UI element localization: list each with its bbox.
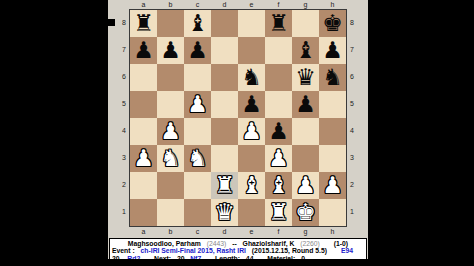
white-bishop: ♝ <box>268 172 289 199</box>
coord-spacer <box>346 227 368 236</box>
square-b4[interactable]: ♟ <box>157 118 184 145</box>
square-c3[interactable]: ♞ <box>184 145 211 172</box>
white-player-name: Maghsoodloo, Parham <box>128 240 201 247</box>
square-f8[interactable]: ♜ <box>265 10 292 37</box>
square-g4[interactable] <box>292 118 319 145</box>
white-bishop: ♝ <box>241 172 262 199</box>
rank-label-text: 6 <box>350 73 354 80</box>
file-label-a: a <box>130 227 157 236</box>
video-frame: abcdefgh 87654321 ♜♝♜♚♟♟♟♝♟♞♛♞♟♟♟♟♟♟♟♞♞♟… <box>0 0 474 266</box>
chess-board: ♜♝♜♚♟♟♟♝♟♞♛♞♟♟♟♟♟♟♟♞♞♟♜♝♝♟♟♛♜♚ <box>129 9 347 227</box>
square-e4[interactable]: ♟ <box>238 118 265 145</box>
square-h3[interactable] <box>319 145 346 172</box>
rank-label-4: 4 <box>108 117 129 144</box>
file-label-e: e <box>238 227 265 236</box>
square-f3[interactable]: ♟ <box>265 145 292 172</box>
black-queen: ♛ <box>295 64 316 91</box>
black-rook: ♜ <box>133 10 154 37</box>
square-c1[interactable] <box>184 199 211 226</box>
square-e3[interactable] <box>238 145 265 172</box>
square-b2[interactable] <box>157 172 184 199</box>
square-d2[interactable]: ♜ <box>211 172 238 199</box>
rank-label-text: 4 <box>350 127 354 134</box>
rank-label-3: 3 <box>347 144 368 171</box>
white-player-rating: (2443) <box>207 240 227 247</box>
square-c6[interactable] <box>184 64 211 91</box>
rank-label-text: 1 <box>122 208 126 215</box>
square-h6[interactable]: ♞ <box>319 64 346 91</box>
square-b8[interactable] <box>157 10 184 37</box>
file-labels-top: abcdefgh <box>108 0 368 9</box>
square-f1[interactable]: ♜ <box>265 199 292 226</box>
square-e6[interactable]: ♞ <box>238 64 265 91</box>
rank-label-6: 6 <box>347 63 368 90</box>
square-c4[interactable] <box>184 118 211 145</box>
rank-label-8: 8 <box>108 9 129 36</box>
file-label-c: c <box>184 0 211 9</box>
rank-label-text: 3 <box>122 154 126 161</box>
square-e5[interactable]: ♟ <box>238 91 265 118</box>
file-labels-bottom: abcdefgh <box>108 227 368 236</box>
game-result: (1-0) <box>334 240 348 247</box>
white-rook: ♜ <box>268 199 289 226</box>
square-d8[interactable] <box>211 10 238 37</box>
rank-label-text: 2 <box>350 181 354 188</box>
square-g8[interactable] <box>292 10 319 37</box>
next-move-number: 20... <box>177 255 190 259</box>
rank-label-7: 7 <box>108 36 129 63</box>
white-pawn: ♟ <box>241 118 262 145</box>
square-c8[interactable]: ♝ <box>184 10 211 37</box>
last-move-link[interactable]: Rd2 <box>127 255 140 259</box>
square-a4[interactable] <box>130 118 157 145</box>
white-knight: ♞ <box>160 145 181 172</box>
square-b5[interactable] <box>157 91 184 118</box>
white-pawn: ♟ <box>268 145 289 172</box>
square-g3[interactable] <box>292 145 319 172</box>
rank-label-text: 7 <box>122 46 126 53</box>
black-knight: ♞ <box>322 64 343 91</box>
chess-diagram-panel: abcdefgh 87654321 ♜♝♜♚♟♟♟♝♟♞♛♞♟♟♟♟♟♟♟♞♞♟… <box>108 0 368 259</box>
players-separator: -- <box>232 240 237 247</box>
rank-label-text: 6 <box>122 73 126 80</box>
square-e1[interactable] <box>238 199 265 226</box>
square-e2[interactable]: ♝ <box>238 172 265 199</box>
rank-label-1: 1 <box>108 198 129 225</box>
move-number: 20. <box>112 255 121 259</box>
next-move-link[interactable]: Nf7 <box>190 255 201 259</box>
file-label-h: h <box>319 227 346 236</box>
eco-code-link[interactable]: E94 <box>341 247 353 254</box>
rank-label-4: 4 <box>347 117 368 144</box>
square-f7[interactable] <box>265 37 292 64</box>
rank-label-5: 5 <box>108 90 129 117</box>
square-d5[interactable] <box>211 91 238 118</box>
rank-label-text: 2 <box>122 181 126 188</box>
square-f5[interactable] <box>265 91 292 118</box>
square-e8[interactable] <box>238 10 265 37</box>
board-row: 87654321 ♜♝♜♚♟♟♟♝♟♞♛♞♟♟♟♟♟♟♟♞♞♟♜♝♝♟♟♛♜♚ … <box>108 9 368 227</box>
rank-labels-left: 87654321 <box>108 9 129 227</box>
file-label-c: c <box>184 227 211 236</box>
coord-spacer <box>346 0 368 9</box>
square-a2[interactable] <box>130 172 157 199</box>
square-h2[interactable]: ♟ <box>319 172 346 199</box>
rank-labels-right: 87654321 <box>347 9 368 227</box>
coord-spacer <box>108 0 130 9</box>
file-label-b: b <box>157 227 184 236</box>
square-h4[interactable] <box>319 118 346 145</box>
coord-spacer <box>108 227 130 236</box>
square-g6[interactable]: ♛ <box>292 64 319 91</box>
file-label-f: f <box>265 0 292 9</box>
rank-label-1: 1 <box>347 198 368 225</box>
square-b7[interactable]: ♟ <box>157 37 184 64</box>
rank-label-text: 8 <box>122 19 126 26</box>
black-player-name: Ghaziolsharif, K <box>243 240 295 247</box>
white-pawn: ♟ <box>160 118 181 145</box>
square-a3[interactable]: ♟ <box>130 145 157 172</box>
rank-label-2: 2 <box>108 171 129 198</box>
black-knight: ♞ <box>241 64 262 91</box>
square-g2[interactable]: ♟ <box>292 172 319 199</box>
square-a6[interactable] <box>130 64 157 91</box>
material-value: 0 <box>301 255 305 259</box>
file-label-b: b <box>157 0 184 9</box>
rank-label-5: 5 <box>347 90 368 117</box>
file-label-h: h <box>319 0 346 9</box>
rank-label-6: 6 <box>108 63 129 90</box>
event-line: Event : ch-IRI Semi-Final 2015, Rasht IR… <box>112 247 364 254</box>
side-to-move-indicator <box>108 19 115 26</box>
square-a8[interactable]: ♜ <box>130 10 157 37</box>
white-pawn: ♟ <box>187 91 208 118</box>
white-pawn: ♟ <box>295 172 316 199</box>
next-label: Next: <box>154 255 171 259</box>
black-bishop: ♝ <box>187 10 208 37</box>
rank-label-3: 3 <box>108 144 129 171</box>
square-a5[interactable] <box>130 91 157 118</box>
file-label-a: a <box>130 0 157 9</box>
game-info-panel: Maghsoodloo, Parham (2443) -- Ghaziolsha… <box>109 238 367 259</box>
rank-label-7: 7 <box>347 36 368 63</box>
square-g5[interactable]: ♟ <box>292 91 319 118</box>
event-label: Event : <box>112 247 135 254</box>
square-e7[interactable] <box>238 37 265 64</box>
material-label: Material: <box>267 255 295 259</box>
square-g1[interactable]: ♚ <box>292 199 319 226</box>
black-pawn: ♟ <box>160 37 181 64</box>
event-link[interactable]: ch-IRI Semi-Final 2015, Rasht IRI <box>141 247 246 254</box>
black-pawn: ♟ <box>133 37 154 64</box>
white-pawn: ♟ <box>322 172 343 199</box>
rank-label-text: 8 <box>350 19 354 26</box>
black-pawn: ♟ <box>268 118 289 145</box>
moves-line: 20. Rd2 Next: 20...Nf7 Length: 44 Materi… <box>112 255 364 259</box>
length-label: Length: <box>215 255 240 259</box>
black-pawn: ♟ <box>322 37 343 64</box>
square-d1[interactable]: ♛ <box>211 199 238 226</box>
white-king: ♚ <box>295 199 316 226</box>
rank-label-text: 7 <box>350 46 354 53</box>
square-a1[interactable] <box>130 199 157 226</box>
black-pawn: ♟ <box>295 91 316 118</box>
rank-label-2: 2 <box>347 171 368 198</box>
rank-label-text: 4 <box>122 127 126 134</box>
square-f6[interactable] <box>265 64 292 91</box>
event-date-round: (2015.12.15, Round 5.5) <box>252 247 327 254</box>
file-label-g: g <box>292 227 319 236</box>
rank-label-text: 5 <box>122 100 126 107</box>
rank-label-8: 8 <box>347 9 368 36</box>
rank-label-text: 3 <box>350 154 354 161</box>
black-pawn: ♟ <box>241 91 262 118</box>
square-h1[interactable] <box>319 199 346 226</box>
square-d7[interactable] <box>211 37 238 64</box>
square-f2[interactable]: ♝ <box>265 172 292 199</box>
square-h5[interactable] <box>319 91 346 118</box>
square-b3[interactable]: ♞ <box>157 145 184 172</box>
square-a7[interactable]: ♟ <box>130 37 157 64</box>
white-pawn: ♟ <box>133 145 154 172</box>
white-knight: ♞ <box>187 145 208 172</box>
square-d6[interactable] <box>211 64 238 91</box>
black-bishop: ♝ <box>295 37 316 64</box>
square-h7[interactable]: ♟ <box>319 37 346 64</box>
square-c2[interactable] <box>184 172 211 199</box>
square-d4[interactable] <box>211 118 238 145</box>
file-label-e: e <box>238 0 265 9</box>
square-f4[interactable]: ♟ <box>265 118 292 145</box>
rank-label-text: 1 <box>350 208 354 215</box>
file-label-d: d <box>211 0 238 9</box>
square-c7[interactable]: ♟ <box>184 37 211 64</box>
file-label-f: f <box>265 227 292 236</box>
white-rook: ♜ <box>214 172 235 199</box>
square-b6[interactable] <box>157 64 184 91</box>
square-g7[interactable]: ♝ <box>292 37 319 64</box>
white-queen: ♛ <box>214 199 235 226</box>
square-c5[interactable]: ♟ <box>184 91 211 118</box>
square-d3[interactable] <box>211 145 238 172</box>
black-king: ♚ <box>322 10 343 37</box>
length-value: 44 <box>246 255 254 259</box>
square-b1[interactable] <box>157 199 184 226</box>
black-player-rating: (2260) <box>300 240 320 247</box>
rank-label-text: 5 <box>350 100 354 107</box>
square-h8[interactable]: ♚ <box>319 10 346 37</box>
file-label-g: g <box>292 0 319 9</box>
players-line: Maghsoodloo, Parham (2443) -- Ghaziolsha… <box>112 240 364 247</box>
black-rook: ♜ <box>268 10 289 37</box>
file-label-d: d <box>211 227 238 236</box>
black-pawn: ♟ <box>187 37 208 64</box>
